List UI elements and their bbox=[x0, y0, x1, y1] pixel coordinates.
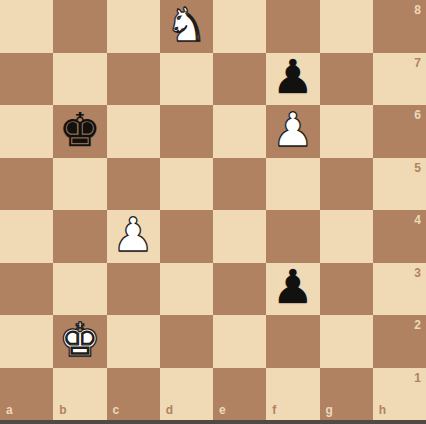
square-h2[interactable]: 2 bbox=[373, 315, 426, 368]
file-label-c: c bbox=[113, 404, 120, 416]
square-e6[interactable] bbox=[213, 105, 266, 158]
page-background-strip bbox=[0, 420, 426, 424]
chess-board-screenshot: ♞8♟7♚♟65♟4♟3♚2abcdefg1h bbox=[0, 0, 426, 424]
piece-black-pawn-f3[interactable]: ♟ bbox=[272, 263, 314, 310]
square-a1[interactable]: a bbox=[0, 368, 53, 421]
square-h1[interactable]: 1h bbox=[373, 368, 426, 421]
square-c5[interactable] bbox=[107, 158, 160, 211]
square-d4[interactable] bbox=[160, 210, 213, 263]
square-c3[interactable] bbox=[107, 263, 160, 316]
square-e2[interactable] bbox=[213, 315, 266, 368]
square-h6[interactable]: 6 bbox=[373, 105, 426, 158]
square-a2[interactable] bbox=[0, 315, 53, 368]
square-a3[interactable] bbox=[0, 263, 53, 316]
square-f7[interactable]: ♟ bbox=[266, 53, 319, 106]
square-g2[interactable] bbox=[320, 315, 373, 368]
square-d7[interactable] bbox=[160, 53, 213, 106]
square-e3[interactable] bbox=[213, 263, 266, 316]
square-c2[interactable] bbox=[107, 315, 160, 368]
square-d3[interactable] bbox=[160, 263, 213, 316]
square-h7[interactable]: 7 bbox=[373, 53, 426, 106]
square-h8[interactable]: 8 bbox=[373, 0, 426, 53]
square-b3[interactable] bbox=[53, 263, 106, 316]
square-g1[interactable]: g bbox=[320, 368, 373, 421]
square-b7[interactable] bbox=[53, 53, 106, 106]
square-d8[interactable]: ♞ bbox=[160, 0, 213, 53]
square-h3[interactable]: 3 bbox=[373, 263, 426, 316]
square-g4[interactable] bbox=[320, 210, 373, 263]
square-c8[interactable] bbox=[107, 0, 160, 53]
file-label-a: a bbox=[6, 404, 13, 416]
square-c4[interactable]: ♟ bbox=[107, 210, 160, 263]
file-label-d: d bbox=[166, 404, 173, 416]
rank-label-4: 4 bbox=[414, 214, 421, 226]
square-f4[interactable] bbox=[266, 210, 319, 263]
square-a6[interactable] bbox=[0, 105, 53, 158]
piece-black-pawn-f7[interactable]: ♟ bbox=[272, 53, 314, 100]
square-g8[interactable] bbox=[320, 0, 373, 53]
square-e4[interactable] bbox=[213, 210, 266, 263]
piece-white-pawn-f6[interactable]: ♟ bbox=[272, 106, 314, 153]
square-e5[interactable] bbox=[213, 158, 266, 211]
square-a8[interactable] bbox=[0, 0, 53, 53]
square-f3[interactable]: ♟ bbox=[266, 263, 319, 316]
square-a7[interactable] bbox=[0, 53, 53, 106]
piece-white-king-b2[interactable]: ♚ bbox=[59, 316, 101, 363]
piece-white-pawn-c4[interactable]: ♟ bbox=[112, 211, 154, 258]
square-b4[interactable] bbox=[53, 210, 106, 263]
square-h4[interactable]: 4 bbox=[373, 210, 426, 263]
file-label-b: b bbox=[59, 404, 66, 416]
rank-label-7: 7 bbox=[414, 57, 421, 69]
square-c1[interactable]: c bbox=[107, 368, 160, 421]
square-b2[interactable]: ♚ bbox=[53, 315, 106, 368]
file-label-h: h bbox=[379, 404, 386, 416]
piece-black-king-b6[interactable]: ♚ bbox=[59, 106, 101, 153]
square-d6[interactable] bbox=[160, 105, 213, 158]
square-g3[interactable] bbox=[320, 263, 373, 316]
rank-label-2: 2 bbox=[414, 319, 421, 331]
square-e8[interactable] bbox=[213, 0, 266, 53]
square-g6[interactable] bbox=[320, 105, 373, 158]
square-h5[interactable]: 5 bbox=[373, 158, 426, 211]
rank-label-1: 1 bbox=[414, 372, 421, 384]
square-d5[interactable] bbox=[160, 158, 213, 211]
square-f6[interactable]: ♟ bbox=[266, 105, 319, 158]
file-label-g: g bbox=[326, 404, 333, 416]
square-b6[interactable]: ♚ bbox=[53, 105, 106, 158]
square-b1[interactable]: b bbox=[53, 368, 106, 421]
piece-white-knight-d8[interactable]: ♞ bbox=[165, 1, 207, 48]
square-f8[interactable] bbox=[266, 0, 319, 53]
file-label-e: e bbox=[219, 404, 226, 416]
file-label-f: f bbox=[272, 404, 276, 416]
square-e7[interactable] bbox=[213, 53, 266, 106]
rank-label-8: 8 bbox=[414, 4, 421, 16]
square-a4[interactable] bbox=[0, 210, 53, 263]
square-e1[interactable]: e bbox=[213, 368, 266, 421]
square-c7[interactable] bbox=[107, 53, 160, 106]
square-g7[interactable] bbox=[320, 53, 373, 106]
square-g5[interactable] bbox=[320, 158, 373, 211]
square-f2[interactable] bbox=[266, 315, 319, 368]
square-c6[interactable] bbox=[107, 105, 160, 158]
square-a5[interactable] bbox=[0, 158, 53, 211]
rank-label-6: 6 bbox=[414, 109, 421, 121]
chess-board: ♞8♟7♚♟65♟4♟3♚2abcdefg1h bbox=[0, 0, 426, 420]
square-f1[interactable]: f bbox=[266, 368, 319, 421]
rank-label-5: 5 bbox=[414, 162, 421, 174]
square-b5[interactable] bbox=[53, 158, 106, 211]
square-b8[interactable] bbox=[53, 0, 106, 53]
square-f5[interactable] bbox=[266, 158, 319, 211]
square-d2[interactable] bbox=[160, 315, 213, 368]
square-d1[interactable]: d bbox=[160, 368, 213, 421]
rank-label-3: 3 bbox=[414, 267, 421, 279]
